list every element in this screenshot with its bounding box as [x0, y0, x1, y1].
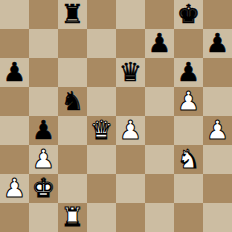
- square-f2[interactable]: [145, 174, 174, 203]
- square-e4[interactable]: ♟: [116, 116, 145, 145]
- square-d7[interactable]: [87, 29, 116, 58]
- square-a8[interactable]: [0, 0, 29, 29]
- square-e2[interactable]: [116, 174, 145, 203]
- square-a6[interactable]: ♟: [0, 58, 29, 87]
- square-h1[interactable]: [203, 203, 232, 232]
- black-pawn[interactable]: ♟: [32, 116, 55, 145]
- chess-board: ♜♚♟♟♟♛♟♞♟♟♛♟♟♟♞♟♚♜: [0, 0, 232, 232]
- square-a5[interactable]: [0, 87, 29, 116]
- black-pawn[interactable]: ♟: [3, 58, 26, 87]
- white-pawn[interactable]: ♟: [3, 174, 26, 203]
- white-pawn[interactable]: ♟: [32, 145, 55, 174]
- square-b6[interactable]: [29, 58, 58, 87]
- square-g8[interactable]: ♚: [174, 0, 203, 29]
- square-d2[interactable]: [87, 174, 116, 203]
- black-rook[interactable]: ♜: [61, 0, 84, 29]
- square-e7[interactable]: [116, 29, 145, 58]
- square-g6[interactable]: ♟: [174, 58, 203, 87]
- square-f8[interactable]: [145, 0, 174, 29]
- square-e3[interactable]: [116, 145, 145, 174]
- square-b8[interactable]: [29, 0, 58, 29]
- square-f7[interactable]: ♟: [145, 29, 174, 58]
- square-c3[interactable]: [58, 145, 87, 174]
- square-a4[interactable]: [0, 116, 29, 145]
- black-queen[interactable]: ♛: [119, 58, 142, 87]
- square-f1[interactable]: [145, 203, 174, 232]
- square-b4[interactable]: ♟: [29, 116, 58, 145]
- black-pawn[interactable]: ♟: [177, 58, 200, 87]
- square-g5[interactable]: ♟: [174, 87, 203, 116]
- square-g1[interactable]: [174, 203, 203, 232]
- white-knight[interactable]: ♞: [177, 145, 200, 174]
- square-c4[interactable]: [58, 116, 87, 145]
- white-pawn[interactable]: ♟: [177, 87, 200, 116]
- square-a3[interactable]: [0, 145, 29, 174]
- square-a1[interactable]: [0, 203, 29, 232]
- white-king[interactable]: ♚: [32, 174, 55, 203]
- square-b2[interactable]: ♚: [29, 174, 58, 203]
- square-d4[interactable]: ♛: [87, 116, 116, 145]
- square-e1[interactable]: [116, 203, 145, 232]
- white-pawn[interactable]: ♟: [119, 116, 142, 145]
- square-d3[interactable]: [87, 145, 116, 174]
- square-b3[interactable]: ♟: [29, 145, 58, 174]
- square-c8[interactable]: ♜: [58, 0, 87, 29]
- square-c2[interactable]: [58, 174, 87, 203]
- white-queen[interactable]: ♛: [90, 116, 113, 145]
- square-e8[interactable]: [116, 0, 145, 29]
- black-king[interactable]: ♚: [177, 0, 200, 29]
- square-e6[interactable]: ♛: [116, 58, 145, 87]
- square-h5[interactable]: [203, 87, 232, 116]
- white-rook[interactable]: ♜: [61, 203, 84, 232]
- square-h7[interactable]: ♟: [203, 29, 232, 58]
- black-pawn[interactable]: ♟: [206, 29, 229, 58]
- square-d1[interactable]: [87, 203, 116, 232]
- square-b1[interactable]: [29, 203, 58, 232]
- square-h4[interactable]: ♟: [203, 116, 232, 145]
- square-c7[interactable]: [58, 29, 87, 58]
- square-f4[interactable]: [145, 116, 174, 145]
- square-h3[interactable]: [203, 145, 232, 174]
- square-a2[interactable]: ♟: [0, 174, 29, 203]
- square-g2[interactable]: [174, 174, 203, 203]
- square-c1[interactable]: ♜: [58, 203, 87, 232]
- square-h2[interactable]: [203, 174, 232, 203]
- square-h6[interactable]: [203, 58, 232, 87]
- square-b7[interactable]: [29, 29, 58, 58]
- square-b5[interactable]: [29, 87, 58, 116]
- black-pawn[interactable]: ♟: [148, 29, 171, 58]
- square-h8[interactable]: [203, 0, 232, 29]
- square-f5[interactable]: [145, 87, 174, 116]
- black-knight[interactable]: ♞: [61, 87, 84, 116]
- white-pawn[interactable]: ♟: [206, 116, 229, 145]
- square-g7[interactable]: [174, 29, 203, 58]
- square-g3[interactable]: ♞: [174, 145, 203, 174]
- square-d8[interactable]: [87, 0, 116, 29]
- square-f3[interactable]: [145, 145, 174, 174]
- square-c6[interactable]: [58, 58, 87, 87]
- square-c5[interactable]: ♞: [58, 87, 87, 116]
- square-f6[interactable]: [145, 58, 174, 87]
- square-g4[interactable]: [174, 116, 203, 145]
- square-a7[interactable]: [0, 29, 29, 58]
- square-e5[interactable]: [116, 87, 145, 116]
- square-d6[interactable]: [87, 58, 116, 87]
- square-d5[interactable]: [87, 87, 116, 116]
